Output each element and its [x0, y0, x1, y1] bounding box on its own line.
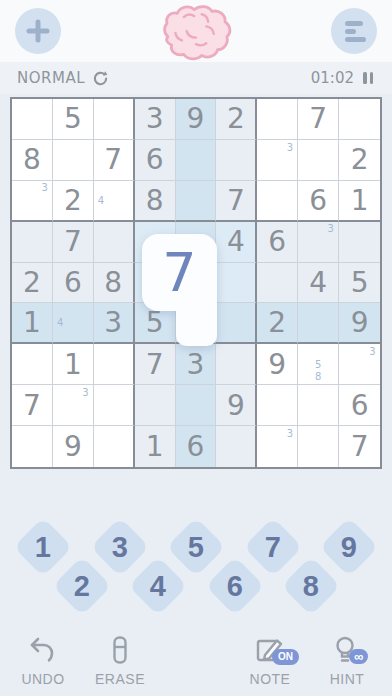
cell-r7c8[interactable]: 58	[298, 344, 339, 385]
numpad-6[interactable]: 6	[205, 556, 264, 615]
note-label: NOTE	[233, 671, 307, 687]
cell-r3c6[interactable]: 7	[216, 181, 257, 222]
cell-r8c5[interactable]	[176, 385, 217, 426]
numpad-9[interactable]: 9	[319, 517, 378, 576]
cell-r7c9[interactable]: 3	[339, 344, 380, 385]
pencil-notes: 4	[54, 304, 92, 341]
cell-value: 9	[351, 306, 369, 339]
cell-value: 4	[309, 266, 327, 299]
cell-r1c4[interactable]: 3	[135, 99, 176, 140]
cell-value: 9	[187, 102, 205, 135]
numpad-3[interactable]: 3	[90, 517, 149, 576]
pause-button[interactable]	[361, 70, 375, 86]
cell-value: 2	[351, 143, 369, 176]
cell-r2c4[interactable]: 6	[135, 140, 176, 181]
cell-r9c6[interactable]	[216, 426, 257, 467]
cell-r2c2[interactable]	[53, 140, 94, 181]
cell-r4c1[interactable]	[12, 222, 53, 263]
cell-r7c3[interactable]	[94, 344, 135, 385]
plus-icon	[26, 19, 50, 43]
cell-value: 8	[146, 184, 164, 217]
cell-r6c6[interactable]	[216, 303, 257, 344]
cell-value: 3	[146, 102, 164, 135]
numpad-1[interactable]: 1	[13, 517, 72, 576]
undo-icon	[27, 634, 59, 666]
cell-r5c9[interactable]: 5	[339, 263, 380, 304]
undo-button[interactable]: UNDO	[6, 634, 80, 687]
numpad-7[interactable]: 7	[243, 517, 302, 576]
cell-r7c5[interactable]: 3	[176, 344, 217, 385]
cell-r9c8[interactable]	[298, 426, 339, 467]
cell-r2c1[interactable]: 8	[12, 140, 53, 181]
numpad-5[interactable]: 5	[166, 517, 225, 576]
cell-value: 6	[268, 225, 286, 258]
cell-value: 2	[64, 184, 82, 217]
cell-r4c6[interactable]: 4	[216, 222, 257, 263]
cell-r6c8[interactable]	[298, 303, 339, 344]
input-preview-bubble: 7	[142, 234, 217, 346]
cell-r7c4[interactable]: 7	[135, 344, 176, 385]
status-bar: NORMAL 01:02	[0, 62, 392, 94]
numpad-digit: 5	[188, 530, 204, 563]
cell-r1c5[interactable]: 9	[176, 99, 217, 140]
cell-r4c7[interactable]: 6	[257, 222, 298, 263]
numpad-digit: 2	[73, 569, 89, 602]
cell-r1c1[interactable]	[12, 99, 53, 140]
cell-r8c3[interactable]	[94, 385, 135, 426]
cell-r2c6[interactable]	[216, 140, 257, 181]
hint-infinity-badge: ∞	[349, 649, 368, 664]
brain-icon	[151, 3, 241, 61]
pending-value: 7	[142, 234, 217, 311]
cell-r4c8[interactable]: 3	[298, 222, 339, 263]
cell-value: 6	[351, 389, 369, 422]
cell-r4c3[interactable]	[94, 222, 135, 263]
cell-r8c1[interactable]: 7	[12, 385, 53, 426]
cell-r6c7[interactable]: 2	[257, 303, 298, 344]
cell-value: 5	[351, 266, 369, 299]
cell-value: 2	[268, 306, 286, 339]
cell-r2c5[interactable]	[176, 140, 217, 181]
new-game-button[interactable]	[15, 8, 61, 54]
cell-r6c2[interactable]: 4	[53, 303, 94, 344]
cell-r8c2[interactable]: 3	[53, 385, 94, 426]
cell-r8c4[interactable]	[135, 385, 176, 426]
numpad-8[interactable]: 8	[281, 556, 340, 615]
cell-value: 1	[23, 306, 41, 339]
cell-r3c1[interactable]: 3	[12, 181, 53, 222]
cell-value: 6	[309, 184, 327, 217]
cell-r3c5[interactable]	[176, 181, 217, 222]
cell-value: 7	[309, 102, 327, 135]
pencil-notes: 3	[258, 427, 296, 466]
erase-label: ERASE	[83, 671, 157, 687]
cell-r9c3[interactable]	[94, 426, 135, 467]
numpad-digit: 3	[111, 530, 127, 563]
erase-button[interactable]: ERASE	[83, 634, 157, 687]
pencil-notes: 4	[95, 182, 132, 219]
cell-value: 7	[23, 389, 41, 422]
restart-icon[interactable]	[92, 70, 109, 87]
cell-r5c1[interactable]: 2	[12, 263, 53, 304]
cell-r1c8[interactable]: 7	[298, 99, 339, 140]
hint-button[interactable]: ∞ HINT	[310, 634, 384, 687]
cell-r5c6[interactable]	[216, 263, 257, 304]
cell-r2c3[interactable]: 7	[94, 140, 135, 181]
cell-value: 3	[187, 348, 205, 381]
menu-icon	[331, 8, 377, 54]
cell-r4c2[interactable]: 7	[53, 222, 94, 263]
app-root: NORMAL 01:02 539278763232487617463268451…	[0, 0, 392, 696]
numpad-digit: 7	[264, 530, 280, 563]
brain-logo	[151, 3, 241, 65]
cell-r9c4[interactable]: 1	[135, 426, 176, 467]
cell-r9c5[interactable]: 6	[176, 426, 217, 467]
cell-r3c8[interactable]: 6	[298, 181, 339, 222]
difficulty-label: NORMAL	[17, 69, 85, 87]
cell-r7c1[interactable]	[12, 344, 53, 385]
cell-r5c7[interactable]	[257, 263, 298, 304]
cell-r3c9[interactable]: 1	[339, 181, 380, 222]
cell-r3c3[interactable]: 4	[94, 181, 135, 222]
cell-r1c9[interactable]	[339, 99, 380, 140]
cell-value: 3	[104, 306, 122, 339]
cell-value: 1	[146, 430, 164, 463]
cell-r1c6[interactable]: 2	[216, 99, 257, 140]
numpad-digit: 9	[341, 530, 357, 563]
cell-value: 2	[227, 102, 245, 135]
cell-r2c9[interactable]: 2	[339, 140, 380, 181]
pencil-notes: 58	[299, 345, 337, 383]
cell-r6c3[interactable]: 3	[94, 303, 135, 344]
numpad-digit: 4	[150, 569, 166, 602]
cell-r7c2[interactable]: 1	[53, 344, 94, 385]
cell-r9c1[interactable]	[12, 426, 53, 467]
numpad-digit: 1	[35, 530, 51, 563]
cell-value: 6	[64, 266, 82, 299]
cell-value: 9	[227, 389, 245, 422]
cell-value: 6	[187, 430, 205, 463]
numpad-4[interactable]: 4	[128, 556, 187, 615]
cell-value: 7	[104, 143, 122, 176]
numpad-2[interactable]: 2	[52, 556, 111, 615]
cell-value: 1	[64, 348, 82, 381]
cell-r3c4[interactable]: 8	[135, 181, 176, 222]
pencil-notes: 3	[299, 223, 337, 261]
cell-value: 6	[146, 143, 164, 176]
cell-r9c2[interactable]: 9	[53, 426, 94, 467]
cell-r1c3[interactable]	[94, 99, 135, 140]
header	[0, 0, 392, 62]
cell-r5c2[interactable]: 6	[53, 263, 94, 304]
cell-value: 5	[64, 102, 82, 135]
cell-value: 8	[23, 143, 41, 176]
cell-r2c7[interactable]: 3	[257, 140, 298, 181]
pause-icon	[363, 72, 367, 84]
cell-r8c8[interactable]	[298, 385, 339, 426]
cell-r1c7[interactable]	[257, 99, 298, 140]
cell-r2c8[interactable]	[298, 140, 339, 181]
cell-r8c6[interactable]: 9	[216, 385, 257, 426]
pencil-notes: 3	[258, 141, 296, 179]
timer: 01:02	[311, 69, 354, 87]
cell-value: 4	[227, 225, 245, 258]
cell-r6c1[interactable]: 1	[12, 303, 53, 344]
cell-value: 8	[104, 266, 122, 299]
pencil-notes: 3	[340, 345, 379, 383]
cell-r3c2[interactable]: 2	[53, 181, 94, 222]
cell-r8c9[interactable]: 6	[339, 385, 380, 426]
eraser-icon	[104, 634, 136, 666]
cell-r5c3[interactable]: 8	[94, 263, 135, 304]
undo-label: UNDO	[6, 671, 80, 687]
pencil-notes: 3	[13, 182, 51, 219]
cell-value: 9	[268, 348, 286, 381]
cell-r3c7[interactable]	[257, 181, 298, 222]
cell-r7c6[interactable]	[216, 344, 257, 385]
menu-button[interactable]	[331, 8, 377, 54]
hint-label: HINT	[310, 671, 384, 687]
cell-r8c7[interactable]	[257, 385, 298, 426]
cell-r5c8[interactable]: 4	[298, 263, 339, 304]
cell-value: 9	[64, 430, 82, 463]
cell-r9c9[interactable]: 7	[339, 426, 380, 467]
cell-r6c9[interactable]: 9	[339, 303, 380, 344]
note-on-badge: ON	[272, 649, 299, 665]
numpad-digit: 6	[226, 569, 242, 602]
cell-value: 7	[227, 184, 245, 217]
pencil-notes: 3	[54, 386, 92, 424]
cell-value: 7	[351, 430, 369, 463]
cell-r1c2[interactable]: 5	[53, 99, 94, 140]
note-button[interactable]: ON NOTE	[233, 634, 307, 687]
cell-r9c7[interactable]: 3	[257, 426, 298, 467]
cell-value: 1	[351, 184, 369, 217]
cell-value: 2	[23, 266, 41, 299]
cell-r4c9[interactable]	[339, 222, 380, 263]
cell-value: 7	[146, 348, 164, 381]
cell-value: 7	[64, 225, 82, 258]
numpad-digit: 8	[303, 569, 319, 602]
cell-r7c7[interactable]: 9	[257, 344, 298, 385]
